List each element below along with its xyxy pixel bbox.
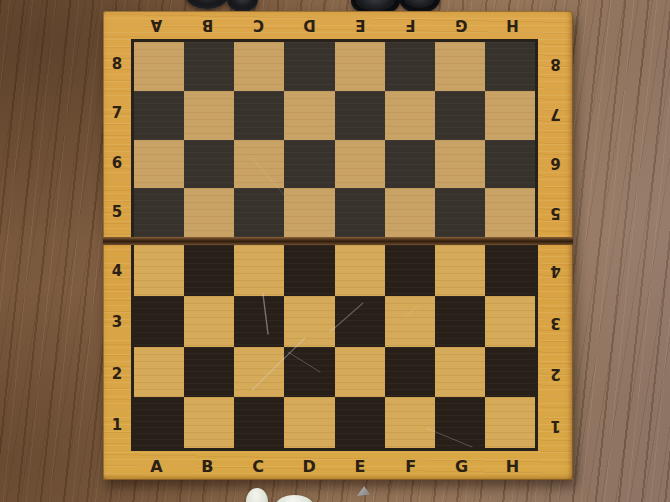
file-labels-top: ABCDEFGH <box>131 11 538 39</box>
square-h1[interactable] <box>485 397 535 448</box>
rank-label-left-7: 7 <box>103 89 131 139</box>
rank-labels-left-bottom: 4321 <box>103 245 131 451</box>
rank-labels-right-top: 8765 <box>538 39 573 237</box>
square-g2[interactable] <box>435 347 485 398</box>
square-g5[interactable] <box>435 188 485 237</box>
square-f1[interactable] <box>385 397 435 448</box>
square-h5[interactable] <box>485 188 535 237</box>
square-e5[interactable] <box>335 188 385 237</box>
rank-labels-right-bottom: 4321 <box>538 245 573 451</box>
offboard-white-piece-top-1[interactable] <box>246 488 268 502</box>
rank-label-right-2: 2 <box>538 348 573 400</box>
file-label-bottom-g: G <box>436 451 487 480</box>
file-label-top-a: A <box>131 11 182 39</box>
square-f8[interactable] <box>385 42 435 91</box>
square-e6[interactable] <box>335 140 385 189</box>
rank-labels-left-top: 8765 <box>103 39 131 237</box>
square-h8[interactable] <box>485 42 535 91</box>
square-a7[interactable] <box>134 91 184 140</box>
rank-label-left-4: 4 <box>103 245 131 297</box>
square-h2[interactable] <box>485 347 535 398</box>
rank-label-right-6: 6 <box>538 138 573 188</box>
square-e2[interactable] <box>335 347 385 398</box>
square-d7[interactable] <box>284 91 334 140</box>
fold-seam <box>103 237 573 245</box>
file-label-top-f: F <box>385 11 436 39</box>
file-label-top-d: D <box>284 11 335 39</box>
square-f6[interactable] <box>385 140 435 189</box>
file-label-top-g: G <box>436 11 487 39</box>
square-c4[interactable] <box>234 245 284 296</box>
file-label-top-h: H <box>487 11 538 39</box>
square-b8[interactable] <box>184 42 234 91</box>
file-label-bottom-d: D <box>284 451 335 480</box>
rank-label-left-5: 5 <box>103 188 131 238</box>
square-f2[interactable] <box>385 347 435 398</box>
square-e1[interactable] <box>335 397 385 448</box>
chess-board: ABCDEFGH 8765 8765 4321 4321 ABCDEFGH <box>103 11 573 480</box>
rank-label-right-7: 7 <box>538 89 573 139</box>
square-b3[interactable] <box>184 296 234 347</box>
square-b1[interactable] <box>184 397 234 448</box>
square-h7[interactable] <box>485 91 535 140</box>
square-h4[interactable] <box>485 245 535 296</box>
square-b6[interactable] <box>184 140 234 189</box>
square-d2[interactable] <box>284 347 334 398</box>
square-f5[interactable] <box>385 188 435 237</box>
file-label-top-b: B <box>182 11 233 39</box>
board-grid-top-half <box>131 39 538 237</box>
square-d5[interactable] <box>284 188 334 237</box>
square-g4[interactable] <box>435 245 485 296</box>
square-f3[interactable] <box>385 296 435 347</box>
square-d1[interactable] <box>284 397 334 448</box>
rank-label-left-6: 6 <box>103 138 131 188</box>
square-a4[interactable] <box>134 245 184 296</box>
rank-label-right-8: 8 <box>538 39 573 89</box>
square-h3[interactable] <box>485 296 535 347</box>
square-c2[interactable] <box>234 347 284 398</box>
file-label-bottom-a: A <box>131 451 182 480</box>
square-c7[interactable] <box>234 91 284 140</box>
rank-label-right-5: 5 <box>538 188 573 238</box>
square-b5[interactable] <box>184 188 234 237</box>
file-label-bottom-h: H <box>487 451 538 480</box>
rank-label-right-3: 3 <box>538 297 573 349</box>
square-c1[interactable] <box>234 397 284 448</box>
square-b2[interactable] <box>184 347 234 398</box>
square-a1[interactable] <box>134 397 184 448</box>
square-c5[interactable] <box>234 188 284 237</box>
square-e8[interactable] <box>335 42 385 91</box>
square-f4[interactable] <box>385 245 435 296</box>
square-c3[interactable] <box>234 296 284 347</box>
square-d3[interactable] <box>284 296 334 347</box>
square-g3[interactable] <box>435 296 485 347</box>
square-g8[interactable] <box>435 42 485 91</box>
small-gray-fragment <box>357 486 370 496</box>
square-e4[interactable] <box>335 245 385 296</box>
offboard-black-piece-base-1[interactable] <box>186 0 228 9</box>
square-g1[interactable] <box>435 397 485 448</box>
file-labels-bottom: ABCDEFGH <box>131 451 538 480</box>
square-g6[interactable] <box>435 140 485 189</box>
square-a6[interactable] <box>134 140 184 189</box>
square-e3[interactable] <box>335 296 385 347</box>
square-a3[interactable] <box>134 296 184 347</box>
square-g7[interactable] <box>435 91 485 140</box>
square-b7[interactable] <box>184 91 234 140</box>
square-e7[interactable] <box>335 91 385 140</box>
offboard-white-piece-top-2[interactable] <box>276 495 313 502</box>
square-c6[interactable] <box>234 140 284 189</box>
square-c8[interactable] <box>234 42 284 91</box>
square-f7[interactable] <box>385 91 435 140</box>
rank-label-left-2: 2 <box>103 348 131 400</box>
rank-label-right-1: 1 <box>538 400 573 452</box>
rank-label-left-1: 1 <box>103 400 131 452</box>
table-surface: ABCDEFGH 8765 8765 4321 4321 ABCDEFGH <box>0 0 670 502</box>
file-label-bottom-f: F <box>385 451 436 480</box>
file-label-top-c: C <box>233 11 284 39</box>
rank-label-left-3: 3 <box>103 297 131 349</box>
rank-label-left-8: 8 <box>103 39 131 89</box>
file-label-bottom-b: B <box>182 451 233 480</box>
square-h6[interactable] <box>485 140 535 189</box>
square-a5[interactable] <box>134 188 184 237</box>
board-grid-bottom-half <box>131 245 538 451</box>
file-label-bottom-e: E <box>335 451 386 480</box>
square-d4[interactable] <box>284 245 334 296</box>
file-label-bottom-c: C <box>233 451 284 480</box>
square-d6[interactable] <box>284 140 334 189</box>
square-a2[interactable] <box>134 347 184 398</box>
square-b4[interactable] <box>184 245 234 296</box>
square-d8[interactable] <box>284 42 334 91</box>
file-label-top-e: E <box>335 11 386 39</box>
rank-label-right-4: 4 <box>538 245 573 297</box>
square-a8[interactable] <box>134 42 184 91</box>
